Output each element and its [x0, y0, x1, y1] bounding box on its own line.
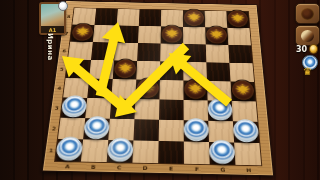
square-d8[interactable]: [139, 9, 161, 26]
square-c4[interactable]: [111, 79, 136, 99]
board-frame: [259, 143, 272, 166]
board-frame: [252, 63, 264, 82]
white-piece-g1[interactable]: [209, 140, 236, 164]
board-frame: [251, 45, 262, 63]
square-c8[interactable]: [117, 9, 140, 26]
square-e1[interactable]: [158, 141, 184, 164]
square-d1[interactable]: [132, 140, 158, 163]
double-eagle-emblem-icon: [74, 26, 91, 38]
square-a6[interactable]: [68, 42, 93, 60]
square-h4[interactable]: [231, 81, 256, 101]
black-piece-f8[interactable]: [183, 9, 205, 27]
file-label: E: [158, 163, 184, 173]
square-e4[interactable]: [159, 80, 183, 100]
square-a1[interactable]: [55, 139, 83, 162]
square-e5[interactable]: [160, 61, 184, 80]
square-d2[interactable]: [133, 119, 159, 141]
black-piece-h4[interactable]: [230, 80, 255, 101]
square-c3[interactable]: [110, 98, 136, 119]
square-d7[interactable]: [138, 26, 161, 44]
square-f7[interactable]: [183, 27, 206, 45]
black-checker-icon: [301, 8, 314, 20]
square-a3[interactable]: [61, 97, 88, 118]
black-piece-d4[interactable]: [135, 78, 159, 99]
square-h8[interactable]: [226, 11, 249, 28]
square-f8[interactable]: [183, 10, 205, 27]
square-h7[interactable]: [227, 28, 251, 46]
white-piece-h2[interactable]: [233, 119, 260, 142]
white-piece-f2[interactable]: [184, 118, 209, 141]
double-eagle-emblem-icon: [187, 82, 204, 96]
square-d3[interactable]: [134, 99, 159, 120]
double-eagle-emblem-icon: [234, 83, 251, 97]
file-label: F: [184, 164, 210, 174]
square-g7[interactable]: [205, 27, 228, 45]
avatar-clock-badge: [58, 1, 68, 11]
square-b5[interactable]: [89, 60, 114, 79]
board-frame: [261, 165, 273, 175]
white-pieces-tray-button[interactable]: [295, 25, 320, 46]
black-piece-c5[interactable]: [113, 59, 137, 79]
square-a5[interactable]: [66, 59, 91, 78]
square-f2[interactable]: [184, 120, 209, 142]
opponent-badge: А1: [41, 26, 64, 33]
square-a7[interactable]: [70, 25, 94, 43]
file-label: D: [132, 163, 158, 173]
black-piece-a7[interactable]: [70, 23, 94, 42]
double-eagle-emblem-icon: [186, 12, 201, 24]
square-h1[interactable]: [234, 143, 261, 166]
black-piece-h8[interactable]: [226, 10, 249, 28]
square-b1[interactable]: [81, 139, 108, 162]
square-h2[interactable]: [233, 121, 259, 143]
square-f6[interactable]: [183, 44, 206, 62]
board-frame: [256, 101, 268, 122]
board-frame: [249, 28, 260, 45]
square-b4[interactable]: [87, 79, 112, 99]
board-frame: [248, 12, 259, 29]
square-f4[interactable]: [183, 80, 207, 100]
square-c5[interactable]: [113, 60, 137, 79]
board-frame: [254, 82, 266, 102]
square-g5[interactable]: [206, 62, 230, 81]
square-c7[interactable]: [115, 25, 138, 43]
gold-coin-icon: [309, 44, 318, 54]
square-e2[interactable]: [159, 120, 184, 142]
black-piece-g7[interactable]: [205, 26, 228, 45]
square-d6[interactable]: [137, 43, 160, 61]
game-screen: 87654321ABCDEFGH А1 Ирина 30 ♛: [0, 0, 320, 180]
black-piece-f4[interactable]: [183, 79, 207, 100]
square-b7[interactable]: [93, 25, 117, 43]
square-g1[interactable]: [209, 142, 235, 165]
white-piece-a3[interactable]: [61, 95, 88, 117]
double-eagle-emblem-icon: [139, 81, 156, 95]
file-label: B: [80, 162, 107, 172]
board-grid: 87654321ABCDEFGH: [42, 1, 274, 177]
square-e7[interactable]: [161, 26, 184, 44]
square-e6[interactable]: [160, 44, 183, 62]
double-eagle-emblem-icon: [230, 13, 246, 25]
white-piece-b2[interactable]: [83, 116, 110, 139]
square-h6[interactable]: [228, 45, 252, 63]
crown-icon: ♛: [303, 67, 312, 77]
square-c1[interactable]: [107, 140, 134, 163]
black-pieces-tray-button[interactable]: [295, 3, 320, 24]
square-g6[interactable]: [206, 44, 230, 62]
board-perspective-wrapper: 87654321ABCDEFGH: [42, 1, 272, 175]
timer-value: 30: [296, 45, 307, 54]
white-checker-icon: [301, 30, 314, 42]
square-b6[interactable]: [91, 42, 115, 60]
square-g3[interactable]: [208, 100, 233, 121]
white-piece-g3[interactable]: [208, 98, 233, 120]
board-frame: [257, 122, 269, 144]
file-label: G: [210, 164, 236, 174]
square-f1[interactable]: [184, 141, 210, 164]
white-piece-a1[interactable]: [55, 137, 83, 161]
square-e3[interactable]: [159, 99, 184, 120]
opponent-name: Ирина: [46, 33, 54, 61]
square-d4[interactable]: [135, 79, 159, 99]
opponent-avatar[interactable]: А1: [39, 2, 66, 35]
double-eagle-emblem-icon: [209, 29, 225, 41]
file-label: C: [106, 162, 132, 172]
black-piece-e7[interactable]: [161, 25, 184, 44]
file-label: A: [54, 161, 81, 171]
move-timer: 30: [296, 44, 318, 54]
file-label: H: [235, 165, 262, 175]
double-eagle-emblem-icon: [164, 28, 180, 40]
white-piece-c1[interactable]: [107, 138, 134, 162]
double-eagle-emblem-icon: [117, 62, 134, 75]
square-b2[interactable]: [83, 118, 110, 140]
square-b8[interactable]: [94, 9, 117, 26]
